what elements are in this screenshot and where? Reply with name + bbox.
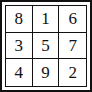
cell-r2c2: 5	[33, 33, 60, 60]
cell-r1c2: 1	[33, 6, 60, 33]
cell-r3c1: 4	[6, 59, 33, 86]
cell-r3c2: 9	[33, 59, 60, 86]
cell-r3c3: 2	[59, 59, 86, 86]
cell-r2c1: 3	[6, 33, 33, 60]
cell-r1c3: 6	[59, 6, 86, 33]
cell-r1c1: 8	[6, 6, 33, 33]
magic-square-board: 8 1 6 3 5 7 4 9 2	[0, 0, 92, 92]
magic-square-grid: 8 1 6 3 5 7 4 9 2	[5, 5, 87, 87]
cell-r2c3: 7	[59, 33, 86, 60]
